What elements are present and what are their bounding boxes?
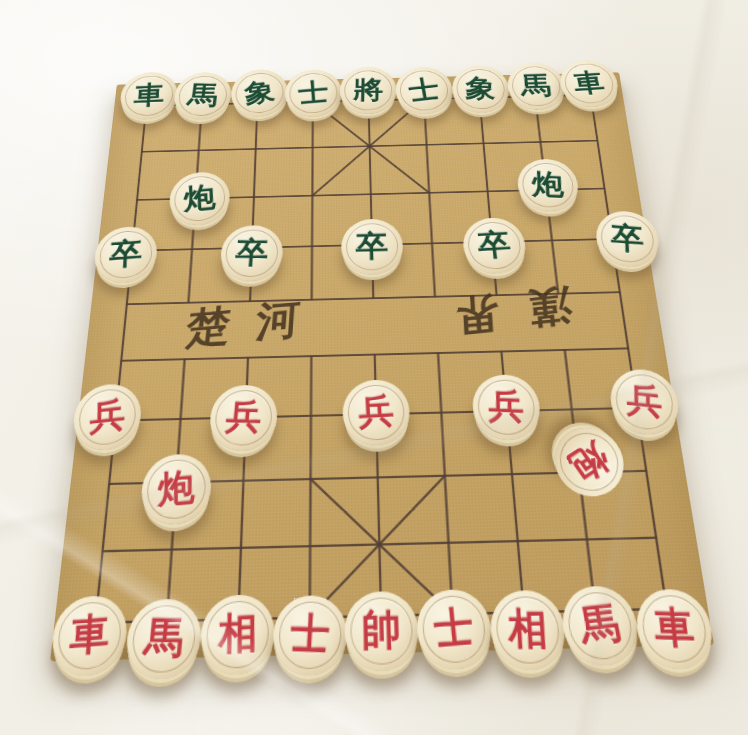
piece-character: 卒 — [355, 231, 388, 261]
piece-black-horse[interactable]: 馬 — [171, 72, 234, 120]
piece-character: 相 — [218, 611, 257, 656]
piece-character: 士 — [406, 76, 440, 104]
piece-character: 卒 — [109, 238, 143, 270]
piece-character: 馬 — [519, 73, 552, 99]
piece-black-horse[interactable]: 馬 — [505, 62, 567, 110]
piece-character: 車 — [69, 612, 110, 657]
piece-character: 帥 — [362, 608, 402, 651]
piece-character: 卒 — [476, 229, 512, 260]
piece-black-soldier[interactable]: 卒 — [219, 225, 285, 281]
piece-character: 炮 — [531, 170, 564, 199]
pieces-layer: 車馬象士將士象馬車炮炮卒卒卒卒卒兵兵兵兵兵炮炮車馬相士帥士相馬車 — [50, 72, 714, 661]
piece-red-cannon[interactable]: 炮 — [141, 451, 211, 527]
piece-red-horse[interactable]: 馬 — [556, 582, 644, 670]
piece-black-advisor[interactable]: 士 — [283, 68, 343, 120]
piece-character: 車 — [571, 69, 606, 96]
piece-black-elephant[interactable]: 象 — [451, 64, 509, 114]
piece-red-cannon[interactable]: 炮 — [541, 415, 638, 509]
piece-red-elephant[interactable]: 相 — [200, 593, 275, 677]
piece-red-advisor[interactable]: 士 — [413, 587, 494, 672]
piece-character: 卒 — [610, 222, 644, 254]
xiangqi-scene: 楚河 漢界 車馬象士將士象馬車炮炮卒卒卒卒卒兵兵兵兵兵炮炮車馬相士帥士相馬車 — [50, 72, 714, 661]
piece-character: 士 — [432, 605, 475, 650]
piece-character: 士 — [297, 79, 329, 106]
piece-red-elephant[interactable]: 相 — [489, 590, 567, 671]
piece-character: 兵 — [89, 397, 125, 435]
piece-character: 象 — [243, 78, 276, 107]
piece-black-soldier[interactable]: 卒 — [93, 225, 157, 285]
piece-character: 車 — [133, 82, 164, 109]
piece-character: 象 — [465, 75, 496, 101]
piece-black-soldier[interactable]: 卒 — [341, 218, 404, 275]
piece-character: 兵 — [488, 388, 524, 424]
piece-red-soldier[interactable]: 兵 — [611, 366, 679, 438]
piece-black-chariot[interactable]: 車 — [119, 71, 178, 121]
piece-black-chariot[interactable]: 車 — [556, 58, 622, 108]
piece-red-advisor[interactable]: 士 — [270, 595, 348, 677]
piece-character: 兵 — [626, 382, 662, 420]
piece-character: 士 — [289, 612, 330, 656]
piece-red-soldier[interactable]: 兵 — [341, 378, 412, 447]
piece-red-horse[interactable]: 馬 — [122, 599, 203, 680]
piece-black-cannon[interactable]: 炮 — [517, 158, 579, 212]
piece-character: 馬 — [186, 82, 219, 108]
piece-red-chariot[interactable]: 車 — [634, 588, 716, 670]
piece-black-elephant[interactable]: 象 — [229, 66, 291, 120]
piece-character: 相 — [507, 607, 549, 650]
piece-red-soldier[interactable]: 兵 — [473, 374, 541, 442]
piece-black-soldier[interactable]: 卒 — [596, 209, 660, 268]
piece-red-general[interactable]: 帥 — [344, 591, 420, 672]
piece-black-cannon[interactable]: 炮 — [169, 170, 231, 228]
piece-character: 炮 — [564, 438, 615, 488]
xiangqi-board: 楚河 漢界 車馬象士將士象馬車炮炮卒卒卒卒卒兵兵兵兵兵炮炮車馬相士帥士相馬車 — [50, 72, 714, 661]
piece-character: 卒 — [234, 237, 269, 267]
paper-background: 楚河 漢界 車馬象士將士象馬車炮炮卒卒卒卒卒兵兵兵兵兵炮炮車馬相士帥士相馬車 — [0, 0, 748, 735]
piece-character: 將 — [353, 77, 383, 102]
piece-red-soldier[interactable]: 兵 — [73, 381, 141, 453]
piece-character: 馬 — [576, 601, 623, 647]
piece-character: 車 — [652, 606, 696, 649]
piece-character: 兵 — [224, 399, 263, 435]
piece-black-soldier[interactable]: 卒 — [461, 216, 529, 275]
piece-red-chariot[interactable]: 車 — [50, 593, 128, 678]
piece-character: 炮 — [183, 182, 216, 213]
piece-red-soldier[interactable]: 兵 — [207, 384, 280, 451]
piece-character: 馬 — [142, 616, 185, 659]
piece-black-general[interactable]: 將 — [339, 67, 396, 114]
piece-character: 兵 — [357, 393, 394, 430]
piece-character: 炮 — [157, 468, 194, 508]
piece-black-advisor[interactable]: 士 — [392, 64, 457, 117]
